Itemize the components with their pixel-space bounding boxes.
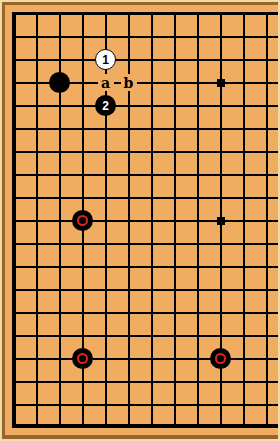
point-label-b: b bbox=[117, 71, 140, 94]
black-stone bbox=[72, 210, 93, 231]
point-label-text: b bbox=[121, 74, 137, 91]
board-intersection-grid: ab12 bbox=[2, 2, 278, 439]
stone-white-1: 1 bbox=[94, 48, 117, 71]
frame-bevel-bottom bbox=[2, 435, 278, 439]
hoshi-dot bbox=[217, 79, 225, 87]
stone-black-2: 2 bbox=[94, 94, 117, 117]
stone-black bbox=[71, 347, 94, 370]
point-label-a: a bbox=[94, 71, 117, 94]
star-point-marker bbox=[209, 71, 232, 94]
go-board-diagram: ab12 bbox=[0, 0, 280, 441]
stone-black bbox=[48, 71, 71, 94]
red-circle-marker bbox=[77, 215, 88, 226]
black-stone: 2 bbox=[95, 95, 116, 116]
stone-black bbox=[209, 347, 232, 370]
move-number-label: 1 bbox=[102, 54, 109, 66]
frame-bevel-top bbox=[2, 2, 278, 5]
black-stone bbox=[49, 72, 70, 93]
star-point-marker bbox=[209, 209, 232, 232]
red-circle-marker bbox=[215, 353, 226, 364]
black-stone bbox=[72, 348, 93, 369]
point-label-text: a bbox=[98, 74, 114, 91]
frame-bevel-left bbox=[2, 2, 5, 439]
move-number-label: 2 bbox=[102, 100, 109, 112]
red-circle-marker bbox=[77, 353, 88, 364]
white-stone: 1 bbox=[95, 49, 116, 70]
stone-black bbox=[71, 209, 94, 232]
black-stone bbox=[210, 348, 231, 369]
hoshi-dot bbox=[217, 217, 225, 225]
